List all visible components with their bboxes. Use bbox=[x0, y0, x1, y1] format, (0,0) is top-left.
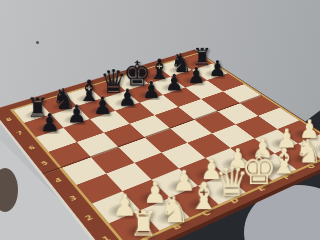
black-pawn-e7[interactable]: ♟ bbox=[138, 78, 166, 101]
square-c4[interactable] bbox=[119, 138, 162, 163]
photo-scene: 87654321 ♜♞♝♛♚♝♞♜♟♟♟♟♟♟♟♟♟♟♟♟♟♟♟♟♜♞♝♛♚♝♞… bbox=[0, 0, 320, 240]
black-pawn-b7[interactable]: ♟ bbox=[62, 102, 92, 127]
black-pawn-a7[interactable]: ♟ bbox=[35, 110, 65, 135]
square-d5[interactable] bbox=[130, 115, 171, 138]
black-pawn-d7[interactable]: ♟ bbox=[113, 86, 141, 110]
black-pawn-c7[interactable]: ♟ bbox=[88, 94, 117, 118]
wall-speck bbox=[36, 41, 39, 44]
white-rook-a1[interactable]: ♜ bbox=[125, 207, 163, 240]
